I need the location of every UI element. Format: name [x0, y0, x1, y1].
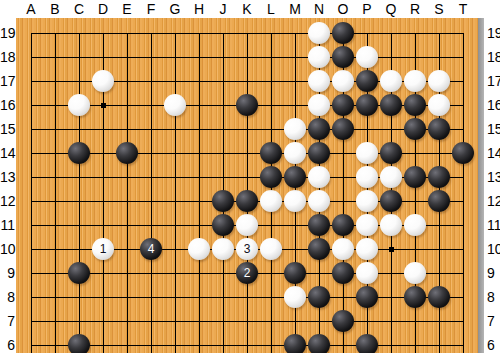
stone-white-M14[interactable]: [284, 142, 306, 164]
stone-black-M13[interactable]: [284, 166, 306, 188]
stone-black-C9[interactable]: [68, 262, 90, 284]
grid-line-row-6: [31, 345, 464, 346]
stone-white-H10[interactable]: [188, 238, 210, 260]
stone-white-P14[interactable]: [356, 142, 378, 164]
row-label-left-9: 9: [0, 266, 15, 280]
row-label-left-7: 7: [0, 314, 15, 328]
stone-white-M12[interactable]: [284, 190, 306, 212]
row-label-left-18: 18: [0, 50, 15, 64]
stone-white-D17[interactable]: [92, 70, 114, 92]
row-label-right-19: 19: [487, 26, 500, 40]
stone-white-P12[interactable]: [356, 190, 378, 212]
row-label-left-15: 15: [0, 122, 15, 136]
stone-white-Q17[interactable]: [380, 70, 402, 92]
stone-white-J10[interactable]: [212, 238, 234, 260]
stone-white-L10[interactable]: [260, 238, 282, 260]
stone-black-P6[interactable]: [356, 334, 378, 353]
column-label-C: C: [74, 2, 84, 16]
column-label-Q: Q: [386, 2, 397, 16]
stone-black-P16[interactable]: [356, 94, 378, 116]
column-label-F: F: [147, 2, 156, 16]
stone-black-M9[interactable]: [284, 262, 306, 284]
star-point-Q10: [389, 247, 394, 252]
column-label-J: J: [220, 2, 227, 16]
row-label-right-6: 6: [487, 338, 495, 352]
column-label-R: R: [410, 2, 420, 16]
stone-black-K12[interactable]: [236, 190, 258, 212]
column-label-D: D: [98, 2, 108, 16]
stone-black-Q16[interactable]: [380, 94, 402, 116]
move-number-1: 1: [100, 243, 107, 255]
column-label-H: H: [194, 2, 204, 16]
row-label-right-18: 18: [487, 50, 500, 64]
stone-black-O11[interactable]: [332, 214, 354, 236]
stone-white-R9[interactable]: [404, 262, 426, 284]
stone-white-C16[interactable]: [68, 94, 90, 116]
stone-white-P10[interactable]: [356, 238, 378, 260]
stone-black-Q14[interactable]: [380, 142, 402, 164]
stone-black-N8[interactable]: [308, 286, 330, 308]
stone-black-K16[interactable]: [236, 94, 258, 116]
stone-black-O15[interactable]: [332, 118, 354, 140]
column-label-A: A: [26, 2, 35, 16]
stone-black-S12[interactable]: [428, 190, 450, 212]
stone-white-N17[interactable]: [308, 70, 330, 92]
move-number-2: 2: [244, 267, 251, 279]
row-label-left-13: 13: [0, 170, 15, 184]
stone-white-Q13[interactable]: [380, 166, 402, 188]
stone-black-O7[interactable]: [332, 310, 354, 332]
stone-black-O19[interactable]: [332, 22, 354, 44]
row-label-right-7: 7: [487, 314, 495, 328]
row-label-right-8: 8: [487, 290, 495, 304]
stone-white-N12[interactable]: [308, 190, 330, 212]
stone-white-M8[interactable]: [284, 286, 306, 308]
stone-black-R8[interactable]: [404, 286, 426, 308]
stone-black-T14[interactable]: [452, 142, 474, 164]
row-label-left-14: 14: [0, 146, 15, 160]
stone-white-R17[interactable]: [404, 70, 426, 92]
stone-black-O9[interactable]: [332, 262, 354, 284]
row-label-right-17: 17: [487, 74, 500, 88]
stone-white-P9[interactable]: [356, 262, 378, 284]
stone-white-N16[interactable]: [308, 94, 330, 116]
grid-line-row-15: [31, 129, 464, 130]
column-label-S: S: [434, 2, 443, 16]
stone-black-R16[interactable]: [404, 94, 426, 116]
go-diagram: ABCDEFGHJKLMNOPQRST191918181717161615151…: [0, 0, 500, 353]
stone-white-S17[interactable]: [428, 70, 450, 92]
stone-black-C14[interactable]: [68, 142, 90, 164]
row-label-right-11: 11: [487, 218, 500, 232]
stone-black-C6[interactable]: [68, 334, 90, 353]
column-label-K: K: [242, 2, 251, 16]
stone-black-R15[interactable]: [404, 118, 426, 140]
stone-white-S16[interactable]: [428, 94, 450, 116]
stone-white-L12[interactable]: [260, 190, 282, 212]
column-label-N: N: [314, 2, 324, 16]
stone-white-K10[interactable]: 3: [236, 238, 258, 260]
stone-black-S15[interactable]: [428, 118, 450, 140]
stone-black-P8[interactable]: [356, 286, 378, 308]
stone-black-L14[interactable]: [260, 142, 282, 164]
row-label-left-19: 19: [0, 26, 15, 40]
grid-line-row-18: [31, 57, 464, 58]
move-number-4: 4: [148, 243, 155, 255]
stone-white-N18[interactable]: [308, 46, 330, 68]
grid-line-row-8: [31, 297, 464, 298]
stone-black-O16[interactable]: [332, 94, 354, 116]
row-label-right-14: 14: [487, 146, 500, 160]
grid-line-row-7: [31, 321, 464, 322]
star-point-D16: [101, 103, 106, 108]
column-label-T: T: [459, 2, 468, 16]
grid-line-row-19: [31, 33, 464, 34]
stone-white-M15[interactable]: [284, 118, 306, 140]
stone-black-J11[interactable]: [212, 214, 234, 236]
stone-white-O10[interactable]: [332, 238, 354, 260]
stone-white-P13[interactable]: [356, 166, 378, 188]
row-label-left-12: 12: [0, 194, 15, 208]
stone-white-P18[interactable]: [356, 46, 378, 68]
column-label-M: M: [289, 2, 301, 16]
stone-black-N6[interactable]: [308, 334, 330, 353]
column-label-G: G: [170, 2, 181, 16]
stone-black-M6[interactable]: [284, 334, 306, 353]
stone-white-D10[interactable]: 1: [92, 238, 114, 260]
column-label-L: L: [267, 2, 275, 16]
stone-black-N10[interactable]: [308, 238, 330, 260]
row-label-right-13: 13: [487, 170, 500, 184]
stone-black-P17[interactable]: [356, 70, 378, 92]
stone-black-O18[interactable]: [332, 46, 354, 68]
stone-black-S8[interactable]: [428, 286, 450, 308]
stone-white-K11[interactable]: [236, 214, 258, 236]
stone-white-Q11[interactable]: [380, 214, 402, 236]
stone-black-J12[interactable]: [212, 190, 234, 212]
move-number-3: 3: [244, 243, 251, 255]
stone-black-N14[interactable]: [308, 142, 330, 164]
row-label-right-15: 15: [487, 122, 500, 136]
stone-black-Q12[interactable]: [380, 190, 402, 212]
row-label-left-8: 8: [0, 290, 15, 304]
stone-white-N19[interactable]: [308, 22, 330, 44]
stone-white-N13[interactable]: [308, 166, 330, 188]
stone-black-N15[interactable]: [308, 118, 330, 140]
stone-black-L13[interactable]: [260, 166, 282, 188]
board-edge-shadow: [478, 18, 484, 353]
column-label-O: O: [338, 2, 349, 16]
row-label-left-11: 11: [0, 218, 15, 232]
stone-black-F10[interactable]: 4: [140, 238, 162, 260]
stone-black-S13[interactable]: [428, 166, 450, 188]
row-label-right-12: 12: [487, 194, 500, 208]
column-label-P: P: [362, 2, 371, 16]
row-label-left-10: 10: [0, 242, 15, 256]
stone-black-K9[interactable]: 2: [236, 262, 258, 284]
row-label-left-16: 16: [0, 98, 15, 112]
column-label-B: B: [50, 2, 59, 16]
stone-white-G16[interactable]: [164, 94, 186, 116]
column-label-E: E: [122, 2, 131, 16]
stone-black-R13[interactable]: [404, 166, 426, 188]
stone-black-E14[interactable]: [116, 142, 138, 164]
row-label-right-9: 9: [487, 266, 495, 280]
row-label-left-17: 17: [0, 74, 15, 88]
stone-white-P11[interactable]: [356, 214, 378, 236]
stone-white-R11[interactable]: [404, 214, 426, 236]
row-label-right-10: 10: [487, 242, 500, 256]
row-label-right-16: 16: [487, 98, 500, 112]
stone-white-O17[interactable]: [332, 70, 354, 92]
row-label-left-6: 6: [0, 338, 15, 352]
stone-black-N11[interactable]: [308, 214, 330, 236]
